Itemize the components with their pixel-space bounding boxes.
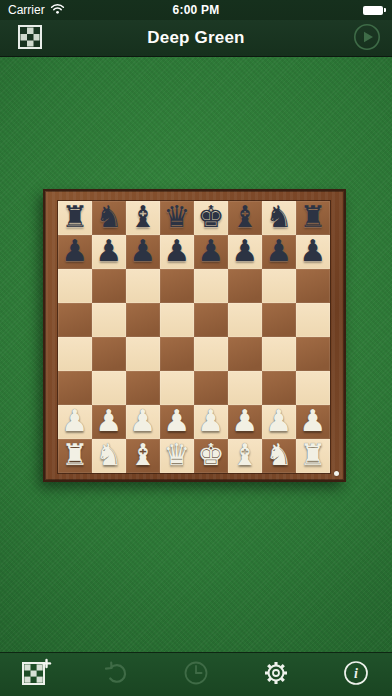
square-b5[interactable] bbox=[92, 303, 126, 337]
status-bar: Carrier 6:00 PM bbox=[0, 0, 392, 20]
square-e3[interactable] bbox=[194, 371, 228, 405]
square-g5[interactable] bbox=[262, 303, 296, 337]
square-d3[interactable] bbox=[160, 371, 194, 405]
square-h4[interactable] bbox=[296, 337, 330, 371]
black-pawn: ♟ bbox=[300, 234, 327, 268]
black-king: ♚ bbox=[198, 200, 225, 234]
square-g6[interactable] bbox=[262, 269, 296, 303]
black-pawn: ♟ bbox=[232, 234, 259, 268]
square-e8[interactable]: ♚ bbox=[194, 201, 228, 235]
square-h5[interactable] bbox=[296, 303, 330, 337]
square-f4[interactable] bbox=[228, 337, 262, 371]
new-game-button[interactable] bbox=[16, 655, 56, 695]
square-a6[interactable] bbox=[58, 269, 92, 303]
square-e5[interactable] bbox=[194, 303, 228, 337]
play-button[interactable] bbox=[353, 24, 381, 52]
black-pawn: ♟ bbox=[62, 234, 89, 268]
square-b7[interactable]: ♟ bbox=[92, 235, 126, 269]
square-d4[interactable] bbox=[160, 337, 194, 371]
square-c3[interactable] bbox=[126, 371, 160, 405]
square-d5[interactable] bbox=[160, 303, 194, 337]
square-a8[interactable]: ♜ bbox=[58, 201, 92, 235]
board-plus-icon bbox=[21, 660, 51, 689]
square-c5[interactable] bbox=[126, 303, 160, 337]
square-h7[interactable]: ♟ bbox=[296, 235, 330, 269]
black-rook: ♜ bbox=[62, 200, 89, 234]
board-corner-dot bbox=[334, 471, 339, 476]
black-pawn: ♟ bbox=[198, 234, 225, 268]
white-pawn: ♟ bbox=[266, 404, 293, 438]
square-h3[interactable] bbox=[296, 371, 330, 405]
white-bishop: ♝ bbox=[130, 438, 157, 472]
chessboard-icon bbox=[18, 25, 42, 52]
square-h6[interactable] bbox=[296, 269, 330, 303]
white-pawn: ♟ bbox=[62, 404, 89, 438]
square-b3[interactable] bbox=[92, 371, 126, 405]
board: ♜♞♝♛♚♝♞♜♟♟♟♟♟♟♟♟♟♟♟♟♟♟♟♟♜♞♝♛♚♝♞♜ bbox=[58, 201, 330, 473]
square-g3[interactable] bbox=[262, 371, 296, 405]
info-button[interactable]: i bbox=[336, 655, 376, 695]
settings-button[interactable] bbox=[256, 655, 296, 695]
app-screen: Carrier 6:00 PM Deep Green bbox=[0, 0, 392, 696]
square-e1[interactable]: ♚ bbox=[194, 439, 228, 473]
gear-icon bbox=[263, 660, 289, 689]
square-a2[interactable]: ♟ bbox=[58, 405, 92, 439]
square-h8[interactable]: ♜ bbox=[296, 201, 330, 235]
history-button[interactable] bbox=[176, 655, 216, 695]
square-a3[interactable] bbox=[58, 371, 92, 405]
white-pawn: ♟ bbox=[164, 404, 191, 438]
square-d2[interactable]: ♟ bbox=[160, 405, 194, 439]
clock-time: 6:00 PM bbox=[0, 3, 392, 17]
square-g7[interactable]: ♟ bbox=[262, 235, 296, 269]
chessboard-icon-button[interactable] bbox=[17, 25, 43, 51]
square-b1[interactable]: ♞ bbox=[92, 439, 126, 473]
square-f7[interactable]: ♟ bbox=[228, 235, 262, 269]
black-pawn: ♟ bbox=[130, 234, 157, 268]
square-c8[interactable]: ♝ bbox=[126, 201, 160, 235]
square-f6[interactable] bbox=[228, 269, 262, 303]
square-a1[interactable]: ♜ bbox=[58, 439, 92, 473]
square-d6[interactable] bbox=[160, 269, 194, 303]
square-f8[interactable]: ♝ bbox=[228, 201, 262, 235]
clock-icon bbox=[183, 660, 209, 689]
square-h1[interactable]: ♜ bbox=[296, 439, 330, 473]
info-icon: i bbox=[343, 660, 369, 689]
black-queen: ♛ bbox=[164, 200, 191, 234]
page-title: Deep Green bbox=[0, 28, 392, 48]
black-pawn: ♟ bbox=[164, 234, 191, 268]
square-g4[interactable] bbox=[262, 337, 296, 371]
white-pawn: ♟ bbox=[198, 404, 225, 438]
black-pawn: ♟ bbox=[96, 234, 123, 268]
white-knight: ♞ bbox=[266, 438, 293, 472]
white-king: ♚ bbox=[198, 438, 225, 472]
white-pawn: ♟ bbox=[232, 404, 259, 438]
svg-text:i: i bbox=[354, 666, 358, 681]
square-e6[interactable] bbox=[194, 269, 228, 303]
square-g1[interactable]: ♞ bbox=[262, 439, 296, 473]
square-b6[interactable] bbox=[92, 269, 126, 303]
square-e4[interactable] bbox=[194, 337, 228, 371]
black-bishop: ♝ bbox=[130, 200, 157, 234]
square-g2[interactable]: ♟ bbox=[262, 405, 296, 439]
square-c6[interactable] bbox=[126, 269, 160, 303]
white-queen: ♛ bbox=[164, 438, 191, 472]
white-rook: ♜ bbox=[62, 438, 89, 472]
square-b4[interactable] bbox=[92, 337, 126, 371]
bottom-toolbar: i bbox=[0, 652, 392, 696]
square-g8[interactable]: ♞ bbox=[262, 201, 296, 235]
square-a5[interactable] bbox=[58, 303, 92, 337]
square-c2[interactable]: ♟ bbox=[126, 405, 160, 439]
square-c4[interactable] bbox=[126, 337, 160, 371]
square-d8[interactable]: ♛ bbox=[160, 201, 194, 235]
nav-bar: Deep Green bbox=[0, 20, 392, 57]
white-rook: ♜ bbox=[300, 438, 327, 472]
square-f3[interactable] bbox=[228, 371, 262, 405]
white-bishop: ♝ bbox=[232, 438, 259, 472]
black-knight: ♞ bbox=[96, 200, 123, 234]
black-knight: ♞ bbox=[266, 200, 293, 234]
square-f5[interactable] bbox=[228, 303, 262, 337]
square-a4[interactable] bbox=[58, 337, 92, 371]
black-pawn: ♟ bbox=[266, 234, 293, 268]
white-pawn: ♟ bbox=[96, 404, 123, 438]
square-c7[interactable]: ♟ bbox=[126, 235, 160, 269]
square-b8[interactable]: ♞ bbox=[92, 201, 126, 235]
play-icon bbox=[353, 23, 381, 54]
black-rook: ♜ bbox=[300, 200, 327, 234]
board-frame: ♜♞♝♛♚♝♞♜♟♟♟♟♟♟♟♟♟♟♟♟♟♟♟♟♜♞♝♛♚♝♞♜ bbox=[43, 189, 346, 482]
square-b2[interactable]: ♟ bbox=[92, 405, 126, 439]
square-e7[interactable]: ♟ bbox=[194, 235, 228, 269]
square-f1[interactable]: ♝ bbox=[228, 439, 262, 473]
undo-button[interactable] bbox=[96, 655, 136, 695]
square-c1[interactable]: ♝ bbox=[126, 439, 160, 473]
square-h2[interactable]: ♟ bbox=[296, 405, 330, 439]
undo-arrow-icon bbox=[103, 660, 129, 689]
square-d7[interactable]: ♟ bbox=[160, 235, 194, 269]
square-e2[interactable]: ♟ bbox=[194, 405, 228, 439]
square-a7[interactable]: ♟ bbox=[58, 235, 92, 269]
square-d1[interactable]: ♛ bbox=[160, 439, 194, 473]
white-pawn: ♟ bbox=[130, 404, 157, 438]
white-knight: ♞ bbox=[96, 438, 123, 472]
black-bishop: ♝ bbox=[232, 200, 259, 234]
white-pawn: ♟ bbox=[300, 404, 327, 438]
square-f2[interactable]: ♟ bbox=[228, 405, 262, 439]
